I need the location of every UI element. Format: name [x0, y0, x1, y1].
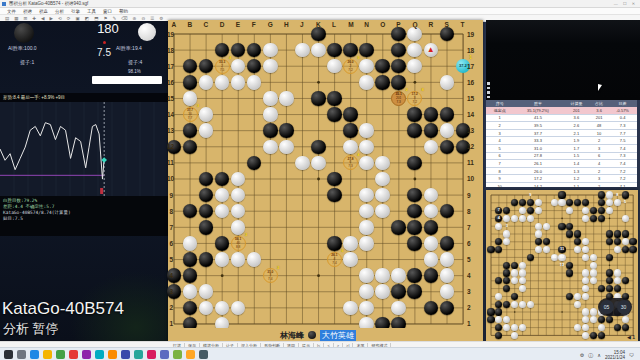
board-cell-J18[interactable]	[294, 42, 310, 58]
board-cell-L19[interactable]	[566, 191, 574, 199]
board-cell-E8[interactable]	[230, 203, 246, 219]
suggestion-E6[interactable]: 56.1408.8	[231, 236, 246, 251]
board-cell-H10[interactable]	[542, 261, 550, 269]
board-cell-K10[interactable]: 12	[558, 261, 566, 269]
board-cell-T13[interactable]	[629, 238, 637, 246]
board-cell-M2[interactable]	[574, 324, 582, 332]
board-cell-G16[interactable]	[262, 74, 278, 90]
board-cell-N5[interactable]	[582, 300, 590, 308]
board-cell-J10[interactable]	[294, 171, 310, 187]
board-cell-R11[interactable]	[613, 253, 621, 261]
table-row[interactable]: 1014.21.127.1	[486, 182, 637, 190]
board-cell-R5[interactable]	[423, 251, 439, 267]
board-cell-H18[interactable]	[542, 199, 550, 207]
board-cell-R18[interactable]	[613, 199, 621, 207]
board-cell-J17[interactable]	[294, 58, 310, 74]
board-cell-R19[interactable]	[423, 26, 439, 42]
board-cell-H16[interactable]	[278, 74, 294, 90]
board-cell-D19[interactable]	[511, 191, 519, 199]
board-cell-K11[interactable]	[310, 155, 326, 171]
board-cell-K2[interactable]	[558, 324, 566, 332]
board-cell-R14[interactable]	[613, 230, 621, 238]
board-cell-M14[interactable]	[574, 230, 582, 238]
board-cell-N15[interactable]	[582, 222, 590, 230]
board-cell-E2[interactable]	[519, 324, 527, 332]
board-cell-H6[interactable]	[542, 292, 550, 300]
board-cell-O8[interactable]	[375, 203, 391, 219]
board-cell-G18[interactable]	[534, 199, 542, 207]
board-cell-A8[interactable]	[487, 277, 495, 285]
board-cell-B3[interactable]	[495, 316, 503, 324]
board-cell-L9[interactable]	[566, 269, 574, 277]
board-cell-C1[interactable]	[503, 331, 511, 339]
board-cell-C13[interactable]	[198, 123, 214, 139]
board-cell-D8[interactable]	[511, 277, 519, 285]
board-cell-P18[interactable]	[598, 199, 606, 207]
board-cell-N13[interactable]	[582, 238, 590, 246]
board-cell-S8[interactable]	[439, 203, 455, 219]
board-cell-F6[interactable]	[246, 235, 262, 251]
board-cell-D12[interactable]	[511, 246, 519, 254]
board-cell-R9[interactable]	[423, 187, 439, 203]
board-cell-B19[interactable]	[182, 26, 198, 42]
board-cell-M17[interactable]	[574, 207, 582, 215]
board-cell-F11[interactable]	[246, 155, 262, 171]
board-cell-E2[interactable]	[230, 300, 246, 316]
board-cell-C12[interactable]	[503, 246, 511, 254]
board-cell-B17[interactable]: 7	[495, 207, 503, 215]
board-cell-K17[interactable]	[310, 58, 326, 74]
board-cell-E11[interactable]	[519, 253, 527, 261]
board-cell-Q12[interactable]	[407, 139, 423, 155]
table-header[interactable]: 计算量	[563, 100, 590, 107]
board-cell-N15[interactable]	[359, 90, 375, 106]
board-cell-E9[interactable]	[519, 269, 527, 277]
board-cell-E15[interactable]	[519, 222, 527, 230]
board-cell-O15[interactable]	[590, 222, 598, 230]
table-row[interactable]: 531.01.737.4	[486, 144, 637, 152]
board-cell-O15[interactable]	[375, 90, 391, 106]
board-cell-O6[interactable]	[375, 235, 391, 251]
board-cell-S16[interactable]	[439, 74, 455, 90]
board-cell-T12[interactable]	[629, 246, 637, 254]
board-cell-B13[interactable]	[182, 123, 198, 139]
board-cell-G3[interactable]	[262, 284, 278, 300]
board-cell-R13[interactable]	[423, 123, 439, 139]
board-cell-P17[interactable]	[598, 207, 606, 215]
board-cell-F5[interactable]	[527, 300, 535, 308]
board-cell-J7[interactable]	[294, 219, 310, 235]
board-cell-T11[interactable]	[629, 253, 637, 261]
board-cell-H5[interactable]	[542, 300, 550, 308]
board-cell-S12[interactable]	[621, 246, 629, 254]
board-cell-P9[interactable]	[598, 269, 606, 277]
board-cell-G14[interactable]	[534, 230, 542, 238]
board-cell-E10[interactable]	[519, 261, 527, 269]
board-cell-O12[interactable]	[375, 139, 391, 155]
board-cell-K8[interactable]	[310, 203, 326, 219]
board-cell-B3[interactable]	[182, 284, 198, 300]
board-cell-R1[interactable]	[613, 331, 621, 339]
board-cell-K15[interactable]	[558, 222, 566, 230]
board-cell-G19[interactable]	[262, 26, 278, 42]
board-cell-Q16[interactable]	[407, 74, 423, 90]
board-cell-C7[interactable]	[198, 219, 214, 235]
board-cell-O10[interactable]	[375, 171, 391, 187]
board-cell-B4[interactable]	[182, 268, 198, 284]
board-cell-E19[interactable]	[519, 191, 527, 199]
board-cell-M4[interactable]	[574, 308, 582, 316]
board-cell-F13[interactable]	[246, 123, 262, 139]
board-cell-F7[interactable]	[527, 285, 535, 293]
board-cell-J14[interactable]	[550, 230, 558, 238]
suggestion-M17[interactable]: 26.027.2	[343, 59, 358, 74]
board-cell-J11[interactable]	[294, 155, 310, 171]
board-cell-N3[interactable]	[582, 316, 590, 324]
board-cell-H11[interactable]	[542, 253, 550, 261]
board-cell-Q19[interactable]	[605, 191, 613, 199]
board-cell-J17[interactable]	[550, 207, 558, 215]
board-cell-N7[interactable]	[582, 285, 590, 293]
board-cell-A15[interactable]	[487, 222, 495, 230]
suggestion-G4[interactable]: 31.037.4	[263, 268, 278, 283]
board-cell-K9[interactable]	[558, 269, 566, 277]
board-cell-J4[interactable]	[550, 308, 558, 316]
table-row[interactable]: 726.11.447.4	[486, 160, 637, 168]
board-cell-B10[interactable]	[495, 261, 503, 269]
board-cell-N9[interactable]	[359, 187, 375, 203]
board-cell-P19[interactable]	[598, 191, 606, 199]
settings-icon[interactable]	[199, 350, 208, 359]
board-cell-S17[interactable]	[439, 58, 455, 74]
board-cell-D13[interactable]	[214, 123, 230, 139]
board-cell-F10[interactable]	[246, 171, 262, 187]
flag-icon[interactable]: ⚑	[103, 16, 107, 21]
board-cell-O13[interactable]	[375, 123, 391, 139]
board-cell-C17[interactable]	[503, 207, 511, 215]
board-cell-G18[interactable]	[262, 42, 278, 58]
board-cell-H8[interactable]	[542, 277, 550, 285]
board-cell-G9[interactable]	[534, 269, 542, 277]
board-cell-G14[interactable]	[262, 106, 278, 122]
board-cell-S15[interactable]	[439, 90, 455, 106]
board-cell-B1[interactable]	[495, 331, 503, 339]
board-cell-B5[interactable]	[495, 300, 503, 308]
wechat-icon[interactable]	[56, 350, 65, 359]
board-cell-F14[interactable]	[527, 230, 535, 238]
plus-icon[interactable]: ⊕	[133, 16, 137, 21]
board-cell-H13[interactable]	[542, 238, 550, 246]
board-cell-H3[interactable]	[278, 284, 294, 300]
board-cell-E5[interactable]	[230, 251, 246, 267]
board-cell-J19[interactable]	[550, 191, 558, 199]
board-cell-N9[interactable]	[582, 269, 590, 277]
board-cell-L9[interactable]	[326, 187, 342, 203]
board-cell-R3[interactable]	[423, 284, 439, 300]
board-cell-O3[interactable]	[375, 284, 391, 300]
board-cell-J5[interactable]	[550, 300, 558, 308]
board-cell-H15[interactable]	[542, 222, 550, 230]
board-cell-S10[interactable]	[439, 171, 455, 187]
board-cell-C11[interactable]	[503, 253, 511, 261]
board-cell-O16[interactable]	[590, 214, 598, 222]
start-icon[interactable]	[4, 350, 13, 359]
board-cell-T16[interactable]	[629, 214, 637, 222]
board-cell-A19[interactable]	[487, 191, 495, 199]
board-cell-C15[interactable]: 3	[503, 222, 511, 230]
board-cell-B17[interactable]	[182, 58, 198, 74]
board-cell-J14[interactable]	[294, 106, 310, 122]
board-cell-N6[interactable]	[359, 235, 375, 251]
board-cell-N8[interactable]	[582, 277, 590, 285]
list-icon[interactable]: ☰	[150, 16, 154, 21]
board-cell-H7[interactable]	[278, 219, 294, 235]
suggestion-P15[interactable]: 35.12017.3	[391, 91, 406, 106]
board-cell-F19[interactable]	[246, 26, 262, 42]
board-cell-J4[interactable]	[294, 268, 310, 284]
board-cell-T10[interactable]	[629, 261, 637, 269]
board-cell-T19[interactable]	[629, 191, 637, 199]
board-cell-Q2[interactable]	[407, 300, 423, 316]
board-cell-O3[interactable]	[590, 316, 598, 324]
board-cell-F3[interactable]	[246, 284, 262, 300]
board-cell-B7[interactable]	[495, 285, 503, 293]
region-icon[interactable]: ◩	[85, 16, 89, 21]
board-cell-T6[interactable]	[629, 292, 637, 300]
board-cell-R17[interactable]	[613, 207, 621, 215]
board-cell-P3[interactable]	[598, 316, 606, 324]
board-cell-H4[interactable]	[278, 268, 294, 284]
board-cell-L11[interactable]	[566, 253, 574, 261]
board-cell-L7[interactable]	[326, 219, 342, 235]
board-cell-R7[interactable]	[613, 285, 621, 293]
board-cell-N4[interactable]	[359, 268, 375, 284]
board-cell-M16[interactable]	[574, 214, 582, 222]
browser-icon[interactable]	[30, 350, 39, 359]
open-icon[interactable]: ▤	[5, 16, 9, 21]
board-cell-C5[interactable]	[503, 300, 511, 308]
board-cell-Q17[interactable]	[407, 58, 423, 74]
board-cell-E10[interactable]	[230, 171, 246, 187]
board-cell-K7[interactable]	[558, 285, 566, 293]
board-cell-Q6[interactable]	[407, 235, 423, 251]
board-cell-A6[interactable]	[487, 292, 495, 300]
board-cell-Q14[interactable]	[407, 106, 423, 122]
board-cell-B8[interactable]	[495, 277, 503, 285]
board-cell-H6[interactable]	[278, 235, 294, 251]
board-cell-D5[interactable]	[214, 251, 230, 267]
board-cell-M5[interactable]	[343, 251, 359, 267]
board-cell-M2[interactable]	[343, 300, 359, 316]
board-cell-L10[interactable]	[326, 171, 342, 187]
board-cell-K10[interactable]	[310, 171, 326, 187]
board-cell-P15[interactable]: 35.12017.32	[391, 90, 407, 106]
board-cell-H5[interactable]	[278, 251, 294, 267]
board-cell-L7[interactable]	[566, 285, 574, 293]
board-cell-D11[interactable]	[511, 253, 519, 261]
board-cell-L6[interactable]	[566, 292, 574, 300]
board-cell-E4[interactable]	[230, 268, 246, 284]
candidate-move-table[interactable]: 序号胜率计算量占比目差选定点35.1(79.2%)2013.6-0.57%141…	[486, 100, 637, 187]
board-cell-J7[interactable]	[550, 285, 558, 293]
board-cell-H19[interactable]	[542, 191, 550, 199]
board-cell-F12[interactable]	[527, 246, 535, 254]
board-cell-G4[interactable]	[534, 308, 542, 316]
board-cell-L14[interactable]	[326, 106, 342, 122]
board-cell-H14[interactable]	[278, 106, 294, 122]
board-cell-B19[interactable]	[495, 191, 503, 199]
search-icon[interactable]	[17, 350, 26, 359]
board-cell-K14[interactable]	[558, 230, 566, 238]
table-header[interactable]: 占比	[590, 100, 608, 107]
board-cell-C8[interactable]	[198, 203, 214, 219]
menu-窗口[interactable]: 窗口	[103, 9, 112, 14]
board-cell-M9[interactable]	[574, 269, 582, 277]
board-cell-Q13[interactable]	[605, 238, 613, 246]
board-cell-A2[interactable]	[487, 324, 495, 332]
board-cell-E3[interactable]	[519, 316, 527, 324]
office-icon[interactable]	[108, 350, 117, 359]
board-cell-Q9[interactable]	[605, 269, 613, 277]
board-cell-L2[interactable]	[326, 300, 342, 316]
board-cell-D18[interactable]	[511, 199, 519, 207]
board-cell-F17[interactable]	[246, 58, 262, 74]
qq-icon[interactable]	[95, 350, 104, 359]
board-cell-G17[interactable]	[534, 207, 542, 215]
table-header[interactable]: 目差	[608, 100, 637, 107]
board-cell-D4[interactable]	[511, 308, 519, 316]
board-cell-R15[interactable]	[613, 222, 621, 230]
board-cell-J6[interactable]	[294, 235, 310, 251]
board-cell-E16[interactable]	[519, 214, 527, 222]
board-cell-D16[interactable]	[511, 214, 519, 222]
photo-icon[interactable]	[186, 350, 195, 359]
menu-棋谱[interactable]: 棋谱	[23, 9, 32, 14]
board-cell-N8[interactable]	[359, 203, 375, 219]
white-player-name[interactable]: 大竹英雄	[320, 330, 356, 341]
board-cell-K19[interactable]	[310, 26, 326, 42]
board-cell-D8[interactable]	[214, 203, 230, 219]
board-cell-Q15[interactable]	[605, 222, 613, 230]
board-cell-B8[interactable]	[182, 203, 198, 219]
board-cell-P9[interactable]	[391, 187, 407, 203]
print-icon[interactable]: ⊞	[24, 16, 28, 21]
board-cell-Q11[interactable]	[407, 155, 423, 171]
board-cell-M3[interactable]	[574, 316, 582, 324]
board-cell-C18[interactable]	[503, 199, 511, 207]
back-icon[interactable]: ◀	[41, 16, 44, 21]
board-cell-L16[interactable]	[566, 214, 574, 222]
board-cell-Q2[interactable]	[605, 324, 613, 332]
board-cell-J1[interactable]	[550, 331, 558, 339]
system-tray[interactable]: ⚙ⓘ∧ 15:04 2021/1/24 🗨	[580, 350, 640, 360]
table-row[interactable]: 627.81.567.3	[486, 152, 637, 160]
board-cell-Q14[interactable]	[605, 230, 613, 238]
board-cell-A1[interactable]	[487, 331, 495, 339]
board-cell-F12[interactable]	[246, 139, 262, 155]
board-cell-Q16[interactable]	[605, 214, 613, 222]
board-cell-C16[interactable]	[198, 74, 214, 90]
board-cell-H7[interactable]	[542, 285, 550, 293]
board-cell-K19[interactable]	[558, 191, 566, 199]
board-cell-G1[interactable]	[534, 331, 542, 339]
board-cell-A5[interactable]	[487, 300, 495, 308]
board-cell-N10[interactable]	[359, 171, 375, 187]
board-cell-M19[interactable]	[343, 26, 359, 42]
board-cell-L19[interactable]	[326, 26, 342, 42]
board-cell-T9[interactable]	[629, 269, 637, 277]
board-cell-C2[interactable]	[503, 324, 511, 332]
board-cell-G13[interactable]	[262, 123, 278, 139]
board-cell-B9[interactable]	[182, 187, 198, 203]
board-cell-J11[interactable]: 30	[550, 253, 558, 261]
board-cell-K7[interactable]	[310, 219, 326, 235]
board-cell-O7[interactable]	[590, 285, 598, 293]
board-cell-J2[interactable]	[550, 324, 558, 332]
board-cell-K16[interactable]	[310, 74, 326, 90]
board-cell-O11[interactable]	[590, 253, 598, 261]
board-cell-K6[interactable]	[310, 235, 326, 251]
board-cell-J9[interactable]	[294, 187, 310, 203]
board-cell-F2[interactable]	[527, 324, 535, 332]
board-cell-F1[interactable]	[527, 331, 535, 339]
board-cell-O8[interactable]	[590, 277, 598, 285]
board-cell-O14[interactable]	[590, 230, 598, 238]
board-cell-N17[interactable]	[359, 58, 375, 74]
board-cell-C9[interactable]	[198, 187, 214, 203]
board-cell-G15[interactable]	[534, 222, 542, 230]
board-cell-C4[interactable]	[503, 308, 511, 316]
board-cell-N14[interactable]	[582, 230, 590, 238]
board-cell-P10[interactable]	[598, 261, 606, 269]
board-cell-K2[interactable]	[310, 300, 326, 316]
board-cell-L16[interactable]	[326, 74, 342, 90]
board-cell-O14[interactable]	[375, 106, 391, 122]
board-cell-J15[interactable]	[294, 90, 310, 106]
board-cell-Q11[interactable]	[605, 253, 613, 261]
board-cell-N18[interactable]	[359, 42, 375, 58]
table-header[interactable]: 序号	[486, 100, 513, 107]
board-cell-C19[interactable]	[503, 191, 511, 199]
board-cell-M5[interactable]	[574, 300, 582, 308]
board-cell-D3[interactable]	[511, 316, 519, 324]
board-cell-F15[interactable]	[246, 90, 262, 106]
video-panel[interactable]	[486, 20, 640, 100]
board-cell-E8[interactable]	[519, 277, 527, 285]
board-cell-D7[interactable]	[214, 219, 230, 235]
board-cell-N12[interactable]	[359, 139, 375, 155]
board-cell-G7[interactable]	[262, 219, 278, 235]
board-cell-H14[interactable]	[542, 230, 550, 238]
redo-icon[interactable]: ⟳	[67, 16, 71, 21]
board-cell-B18[interactable]	[495, 199, 503, 207]
board-cell-B7[interactable]	[182, 219, 198, 235]
board-cell-J13[interactable]	[294, 123, 310, 139]
board-cell-N2[interactable]	[359, 300, 375, 316]
board-cell-F17[interactable]	[527, 207, 535, 215]
table-row[interactable]: 826.01.327.2	[486, 167, 637, 175]
board-cell-Q12[interactable]	[605, 246, 613, 254]
board-cell-H8[interactable]	[278, 203, 294, 219]
board-cell-N13[interactable]	[359, 123, 375, 139]
board-cell-S14[interactable]	[439, 106, 455, 122]
board-cell-P6[interactable]	[391, 235, 407, 251]
board-cell-N19[interactable]	[359, 26, 375, 42]
board-cell-S3[interactable]	[439, 284, 455, 300]
board-cell-D15[interactable]	[511, 222, 519, 230]
board-cell-A12[interactable]	[487, 246, 495, 254]
board-cell-K12[interactable]	[310, 139, 326, 155]
